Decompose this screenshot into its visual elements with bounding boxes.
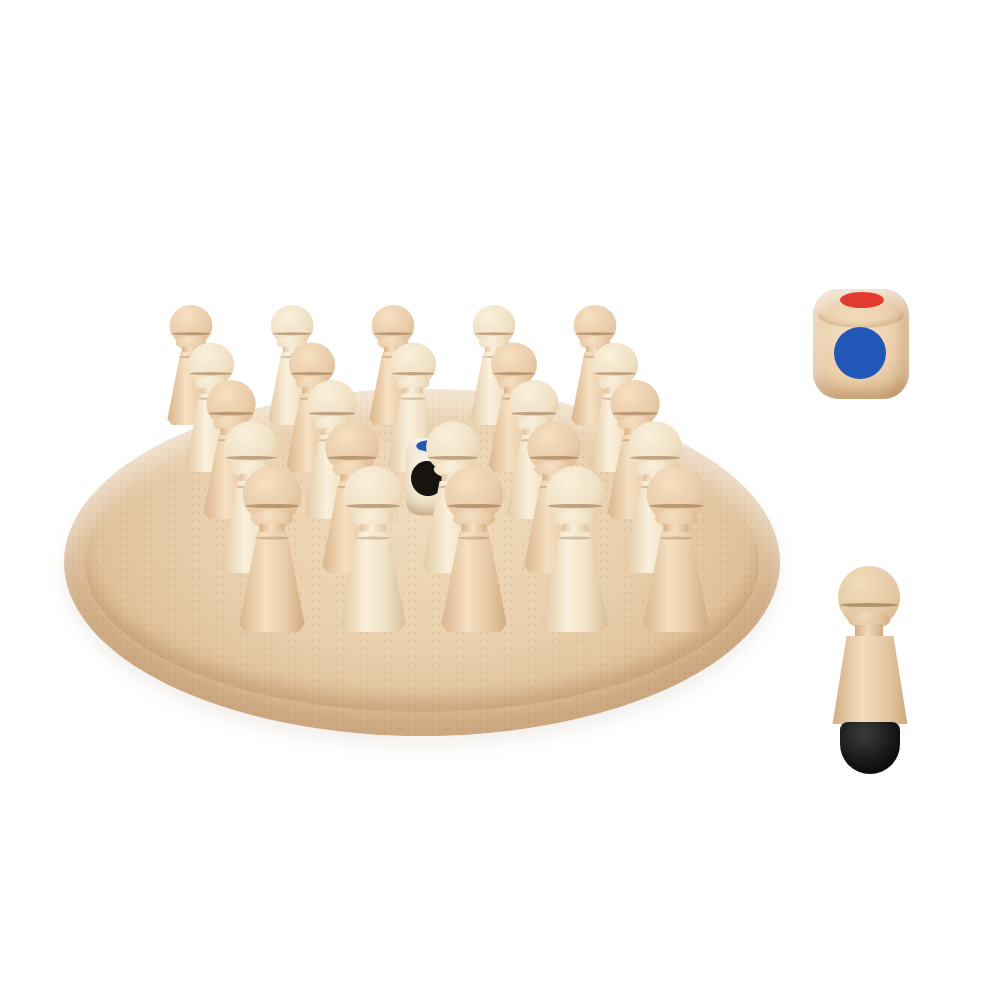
peg-head-ring xyxy=(649,504,704,508)
board-grid xyxy=(50,378,750,632)
peg-head-ring xyxy=(171,332,211,335)
peg-head-ring xyxy=(612,412,658,416)
color-die[interactable] xyxy=(813,289,909,399)
peg-r5c4[interactable] xyxy=(540,464,609,632)
sample-peg-body xyxy=(831,636,909,724)
peg-head-ring xyxy=(575,332,615,335)
peg-body xyxy=(641,531,710,632)
peg-head-ring xyxy=(511,412,557,416)
peg-head-ring xyxy=(291,372,334,375)
peg-head-ring xyxy=(428,456,478,460)
peg-head-ring xyxy=(529,456,579,460)
peg-head-ring xyxy=(226,456,276,460)
sample-peg-head-ring xyxy=(840,603,898,607)
peg-head-ring xyxy=(447,504,502,508)
peg-r5c3[interactable] xyxy=(439,464,508,632)
board-row-5 xyxy=(124,573,824,632)
peg-head-ring xyxy=(493,372,536,375)
peg-head-ring xyxy=(594,372,637,375)
peg-body xyxy=(439,531,508,632)
peg-r5c1[interactable] xyxy=(237,464,306,632)
peg-head-ring xyxy=(309,412,355,416)
color-die-red-top-dot xyxy=(840,292,884,308)
peg-head-ring xyxy=(208,412,254,416)
peg-head-ring xyxy=(272,332,312,335)
sample-peg-black[interactable] xyxy=(826,564,914,776)
peg-head-ring xyxy=(474,332,514,335)
peg-head-ring xyxy=(630,456,680,460)
peg-head-ring xyxy=(327,456,377,460)
peg-head-ring xyxy=(346,504,401,508)
peg-r5c2[interactable] xyxy=(338,464,407,632)
peg-head-ring xyxy=(373,332,413,335)
color-die-blue-front-dot xyxy=(834,327,886,379)
peg-head-ring xyxy=(548,504,603,508)
peg-head-ring xyxy=(190,372,233,375)
peg-r5c5[interactable] xyxy=(641,464,710,632)
peg-body xyxy=(540,531,609,632)
peg-body xyxy=(237,531,306,632)
product-photo xyxy=(0,0,1000,1000)
peg-head-ring xyxy=(245,504,300,508)
peg-head-ring xyxy=(392,372,435,375)
peg-body xyxy=(338,531,407,632)
sample-peg-black-base xyxy=(840,722,900,774)
